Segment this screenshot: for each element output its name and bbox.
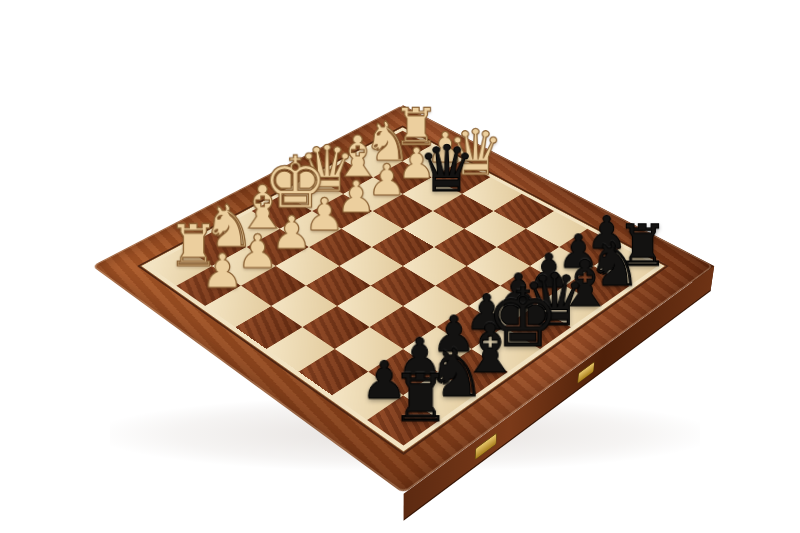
board-inlay-border: ♜♞♝♚♛♝♞♜♟♟♟♟♟♟♟♟♛♛♟♟♟♟♟♟♟♟♜♞♝♚♛♝♞♜ (140, 127, 666, 453)
black-rook[interactable]: ♜ (391, 366, 450, 432)
chess-board: ♜♞♝♚♛♝♞♜♟♟♟♟♟♟♟♟♛♛♟♟♟♟♟♟♟♟♜♞♝♚♛♝♞♜ (92, 105, 714, 494)
scene: ♜♞♝♚♛♝♞♜♟♟♟♟♟♟♟♟♛♛♟♟♟♟♟♟♟♟♜♞♝♚♛♝♞♜ (0, 0, 800, 533)
black-queen[interactable]: ♛ (418, 138, 475, 202)
white-pawn[interactable]: ♟ (201, 248, 243, 295)
board-grid: ♜♞♝♚♛♝♞♜♟♟♟♟♟♟♟♟♛♛♟♟♟♟♟♟♟♟♜♞♝♚♛♝♞♜ (148, 131, 657, 446)
product-photo-stage: ♜♞♝♚♛♝♞♜♟♟♟♟♟♟♟♟♛♛♟♟♟♟♟♟♟♟♜♞♝♚♛♝♞♜ (0, 0, 800, 533)
brass-hinge-icon (577, 361, 594, 384)
